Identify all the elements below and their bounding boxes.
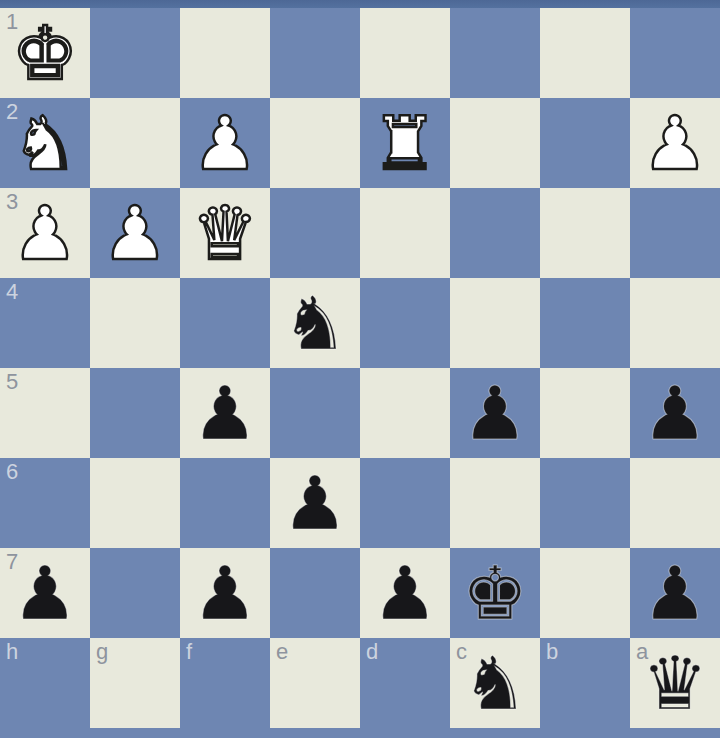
- coordinate-label: f: [186, 641, 192, 663]
- square-d6[interactable]: [360, 458, 450, 548]
- coordinate-label: b: [546, 641, 558, 663]
- square-c2[interactable]: [450, 98, 540, 188]
- square-f3[interactable]: ♛: [180, 188, 270, 278]
- piece-black-knight[interactable]: ♞: [450, 638, 540, 728]
- square-a3[interactable]: [630, 188, 720, 278]
- piece-black-pawn[interactable]: ♟: [180, 548, 270, 638]
- square-h2[interactable]: 2♞: [0, 98, 90, 188]
- square-f2[interactable]: ♟: [180, 98, 270, 188]
- piece-white-queen[interactable]: ♛: [180, 188, 270, 278]
- coordinate-label: g: [96, 641, 108, 663]
- square-f7[interactable]: ♟: [180, 548, 270, 638]
- square-d8[interactable]: d: [360, 638, 450, 728]
- square-a8[interactable]: a♛: [630, 638, 720, 728]
- piece-black-king[interactable]: ♚: [450, 548, 540, 638]
- square-g7[interactable]: [90, 548, 180, 638]
- piece-black-pawn[interactable]: ♟: [360, 548, 450, 638]
- square-g8[interactable]: g: [90, 638, 180, 728]
- square-g1[interactable]: [90, 8, 180, 98]
- piece-black-pawn[interactable]: ♟: [450, 368, 540, 458]
- square-g5[interactable]: [90, 368, 180, 458]
- square-c8[interactable]: c♞: [450, 638, 540, 728]
- piece-white-rook[interactable]: ♜: [360, 98, 450, 188]
- square-d3[interactable]: [360, 188, 450, 278]
- square-g4[interactable]: [90, 278, 180, 368]
- square-h7[interactable]: 7♟: [0, 548, 90, 638]
- square-c1[interactable]: [450, 8, 540, 98]
- square-h1[interactable]: 1♚: [0, 8, 90, 98]
- square-d7[interactable]: ♟: [360, 548, 450, 638]
- piece-black-pawn[interactable]: ♟: [630, 368, 720, 458]
- coordinate-label: 6: [6, 461, 18, 483]
- piece-black-pawn[interactable]: ♟: [0, 548, 90, 638]
- piece-white-pawn[interactable]: ♟: [90, 188, 180, 278]
- square-f6[interactable]: [180, 458, 270, 548]
- square-f8[interactable]: f: [180, 638, 270, 728]
- coordinate-label: d: [366, 641, 378, 663]
- square-h3[interactable]: 3♟: [0, 188, 90, 278]
- coordinate-label: e: [276, 641, 288, 663]
- square-a6[interactable]: [630, 458, 720, 548]
- coordinate-label: 4: [6, 281, 18, 303]
- piece-black-pawn[interactable]: ♟: [630, 548, 720, 638]
- square-e3[interactable]: [270, 188, 360, 278]
- piece-white-pawn[interactable]: ♟: [180, 98, 270, 188]
- top-bar: [0, 0, 720, 8]
- piece-black-knight[interactable]: ♞: [270, 278, 360, 368]
- square-c4[interactable]: [450, 278, 540, 368]
- square-e5[interactable]: [270, 368, 360, 458]
- square-e2[interactable]: [270, 98, 360, 188]
- square-e7[interactable]: [270, 548, 360, 638]
- square-f1[interactable]: [180, 8, 270, 98]
- chess-board: 1♚2♞♟♜♟3♟♟♛4♞5♟♟♟6♟7♟♟♟♚♟hgfedc♞ba♛: [0, 8, 720, 728]
- square-e4[interactable]: ♞: [270, 278, 360, 368]
- square-c5[interactable]: ♟: [450, 368, 540, 458]
- coordinate-label: h: [6, 641, 18, 663]
- square-a5[interactable]: ♟: [630, 368, 720, 458]
- square-b8[interactable]: b: [540, 638, 630, 728]
- square-b5[interactable]: [540, 368, 630, 458]
- square-c6[interactable]: [450, 458, 540, 548]
- square-d2[interactable]: ♜: [360, 98, 450, 188]
- square-d4[interactable]: [360, 278, 450, 368]
- square-a1[interactable]: [630, 8, 720, 98]
- square-c7[interactable]: ♚: [450, 548, 540, 638]
- square-f5[interactable]: ♟: [180, 368, 270, 458]
- piece-white-king[interactable]: ♚: [0, 8, 90, 98]
- piece-white-knight[interactable]: ♞: [0, 98, 90, 188]
- square-g2[interactable]: [90, 98, 180, 188]
- square-f4[interactable]: [180, 278, 270, 368]
- chess-app-screen: 1♚2♞♟♜♟3♟♟♛4♞5♟♟♟6♟7♟♟♟♚♟hgfedc♞ba♛: [0, 0, 720, 738]
- square-d5[interactable]: [360, 368, 450, 458]
- square-b6[interactable]: [540, 458, 630, 548]
- square-b2[interactable]: [540, 98, 630, 188]
- piece-black-queen[interactable]: ♛: [630, 638, 720, 728]
- piece-black-pawn[interactable]: ♟: [270, 458, 360, 548]
- square-e1[interactable]: [270, 8, 360, 98]
- square-h8[interactable]: h: [0, 638, 90, 728]
- square-c3[interactable]: [450, 188, 540, 278]
- square-e8[interactable]: e: [270, 638, 360, 728]
- square-h6[interactable]: 6: [0, 458, 90, 548]
- square-g3[interactable]: ♟: [90, 188, 180, 278]
- piece-black-pawn[interactable]: ♟: [180, 368, 270, 458]
- square-a7[interactable]: ♟: [630, 548, 720, 638]
- square-h5[interactable]: 5: [0, 368, 90, 458]
- square-b4[interactable]: [540, 278, 630, 368]
- square-a4[interactable]: [630, 278, 720, 368]
- piece-white-pawn[interactable]: ♟: [0, 188, 90, 278]
- square-b3[interactable]: [540, 188, 630, 278]
- piece-white-pawn[interactable]: ♟: [630, 98, 720, 188]
- coordinate-label: 5: [6, 371, 18, 393]
- square-a2[interactable]: ♟: [630, 98, 720, 188]
- square-b1[interactable]: [540, 8, 630, 98]
- square-g6[interactable]: [90, 458, 180, 548]
- square-b7[interactable]: [540, 548, 630, 638]
- square-h4[interactable]: 4: [0, 278, 90, 368]
- square-e6[interactable]: ♟: [270, 458, 360, 548]
- square-d1[interactable]: [360, 8, 450, 98]
